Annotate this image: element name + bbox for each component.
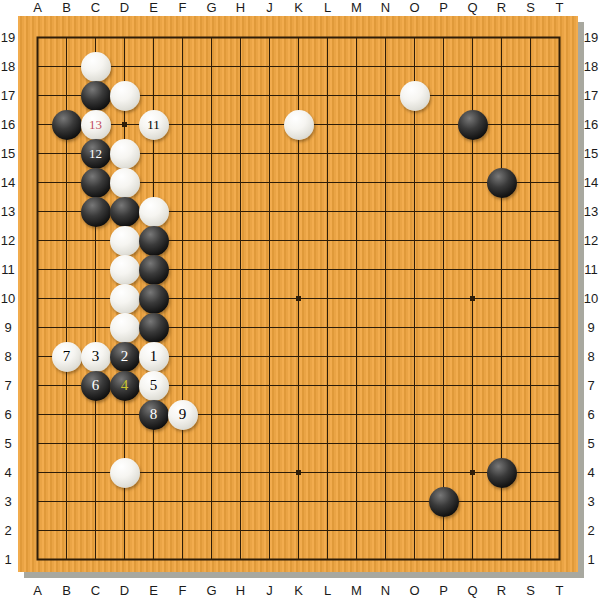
- intersection-H14[interactable]: [226, 168, 255, 197]
- intersection-A17[interactable]: [23, 81, 52, 110]
- intersection-Q3[interactable]: [458, 487, 487, 516]
- intersection-G15[interactable]: [197, 139, 226, 168]
- intersection-J8[interactable]: [255, 342, 284, 371]
- intersection-Q2[interactable]: [458, 516, 487, 545]
- intersection-T9[interactable]: [545, 313, 574, 342]
- intersection-M17[interactable]: [342, 81, 371, 110]
- intersection-G16[interactable]: [197, 110, 226, 139]
- intersection-S12[interactable]: [516, 226, 545, 255]
- intersection-R16[interactable]: [487, 110, 516, 139]
- intersection-F5[interactable]: [168, 429, 197, 458]
- intersection-P10[interactable]: [429, 284, 458, 313]
- intersection-T1[interactable]: [545, 545, 574, 574]
- intersection-J13[interactable]: [255, 197, 284, 226]
- intersection-N19[interactable]: [371, 23, 400, 52]
- intersection-N11[interactable]: [371, 255, 400, 284]
- intersection-N10[interactable]: [371, 284, 400, 313]
- intersection-H10[interactable]: [226, 284, 255, 313]
- intersection-E12[interactable]: [139, 226, 168, 255]
- intersection-L13[interactable]: [313, 197, 342, 226]
- intersection-H6[interactable]: [226, 400, 255, 429]
- intersection-O2[interactable]: [400, 516, 429, 545]
- intersection-G4[interactable]: [197, 458, 226, 487]
- intersection-T3[interactable]: [545, 487, 574, 516]
- intersection-M9[interactable]: [342, 313, 371, 342]
- intersection-D6[interactable]: [110, 400, 139, 429]
- intersection-Q17[interactable]: [458, 81, 487, 110]
- intersection-D10[interactable]: [110, 284, 139, 313]
- intersection-R8[interactable]: [487, 342, 516, 371]
- intersection-P19[interactable]: [429, 23, 458, 52]
- intersection-A7[interactable]: [23, 371, 52, 400]
- intersection-O6[interactable]: [400, 400, 429, 429]
- intersection-K18[interactable]: [284, 52, 313, 81]
- intersection-T5[interactable]: [545, 429, 574, 458]
- intersection-D2[interactable]: [110, 516, 139, 545]
- intersection-R12[interactable]: [487, 226, 516, 255]
- intersection-T17[interactable]: [545, 81, 574, 110]
- intersection-H12[interactable]: [226, 226, 255, 255]
- intersection-L4[interactable]: [313, 458, 342, 487]
- intersection-J2[interactable]: [255, 516, 284, 545]
- intersection-M2[interactable]: [342, 516, 371, 545]
- intersection-C6[interactable]: [81, 400, 110, 429]
- intersection-Q18[interactable]: [458, 52, 487, 81]
- intersection-P3[interactable]: [429, 487, 458, 516]
- intersection-P16[interactable]: [429, 110, 458, 139]
- intersection-F6[interactable]: 9: [168, 400, 197, 429]
- intersection-C7[interactable]: 6: [81, 371, 110, 400]
- intersection-N5[interactable]: [371, 429, 400, 458]
- intersection-R11[interactable]: [487, 255, 516, 284]
- intersection-T14[interactable]: [545, 168, 574, 197]
- intersection-T15[interactable]: [545, 139, 574, 168]
- intersection-C17[interactable]: [81, 81, 110, 110]
- intersection-F16[interactable]: [168, 110, 197, 139]
- intersection-N13[interactable]: [371, 197, 400, 226]
- intersection-L2[interactable]: [313, 516, 342, 545]
- intersection-M5[interactable]: [342, 429, 371, 458]
- intersection-M16[interactable]: [342, 110, 371, 139]
- intersection-S16[interactable]: [516, 110, 545, 139]
- intersection-T12[interactable]: [545, 226, 574, 255]
- intersection-G9[interactable]: [197, 313, 226, 342]
- intersection-M1[interactable]: [342, 545, 371, 574]
- intersection-P2[interactable]: [429, 516, 458, 545]
- intersection-T2[interactable]: [545, 516, 574, 545]
- intersection-K16[interactable]: [284, 110, 313, 139]
- intersection-P6[interactable]: [429, 400, 458, 429]
- intersection-K15[interactable]: [284, 139, 313, 168]
- intersection-S3[interactable]: [516, 487, 545, 516]
- intersection-B15[interactable]: [52, 139, 81, 168]
- intersection-O10[interactable]: [400, 284, 429, 313]
- intersection-A11[interactable]: [23, 255, 52, 284]
- intersection-K19[interactable]: [284, 23, 313, 52]
- intersection-K7[interactable]: [284, 371, 313, 400]
- intersection-L10[interactable]: [313, 284, 342, 313]
- intersection-T16[interactable]: [545, 110, 574, 139]
- intersection-F17[interactable]: [168, 81, 197, 110]
- intersection-C13[interactable]: [81, 197, 110, 226]
- intersection-C11[interactable]: [81, 255, 110, 284]
- intersection-E8[interactable]: 1: [139, 342, 168, 371]
- intersection-L11[interactable]: [313, 255, 342, 284]
- intersection-A19[interactable]: [23, 23, 52, 52]
- intersection-M10[interactable]: [342, 284, 371, 313]
- intersection-M18[interactable]: [342, 52, 371, 81]
- intersection-H7[interactable]: [226, 371, 255, 400]
- intersection-D4[interactable]: [110, 458, 139, 487]
- intersection-C2[interactable]: [81, 516, 110, 545]
- intersection-S8[interactable]: [516, 342, 545, 371]
- intersection-D8[interactable]: 2: [110, 342, 139, 371]
- intersection-O18[interactable]: [400, 52, 429, 81]
- intersection-F19[interactable]: [168, 23, 197, 52]
- intersection-B5[interactable]: [52, 429, 81, 458]
- intersection-O1[interactable]: [400, 545, 429, 574]
- intersection-D7[interactable]: 4: [110, 371, 139, 400]
- intersection-G12[interactable]: [197, 226, 226, 255]
- intersection-G11[interactable]: [197, 255, 226, 284]
- intersection-E1[interactable]: [139, 545, 168, 574]
- intersection-R10[interactable]: [487, 284, 516, 313]
- intersection-F4[interactable]: [168, 458, 197, 487]
- intersection-N4[interactable]: [371, 458, 400, 487]
- intersection-S17[interactable]: [516, 81, 545, 110]
- intersection-O13[interactable]: [400, 197, 429, 226]
- intersection-T10[interactable]: [545, 284, 574, 313]
- intersection-H16[interactable]: [226, 110, 255, 139]
- intersection-H19[interactable]: [226, 23, 255, 52]
- intersection-J12[interactable]: [255, 226, 284, 255]
- intersection-B10[interactable]: [52, 284, 81, 313]
- intersection-K6[interactable]: [284, 400, 313, 429]
- intersection-B18[interactable]: [52, 52, 81, 81]
- intersection-Q16[interactable]: [458, 110, 487, 139]
- intersection-O4[interactable]: [400, 458, 429, 487]
- intersection-S14[interactable]: [516, 168, 545, 197]
- intersection-B1[interactable]: [52, 545, 81, 574]
- intersection-K3[interactable]: [284, 487, 313, 516]
- intersection-M8[interactable]: [342, 342, 371, 371]
- intersection-R18[interactable]: [487, 52, 516, 81]
- intersection-S10[interactable]: [516, 284, 545, 313]
- intersection-P9[interactable]: [429, 313, 458, 342]
- intersection-P14[interactable]: [429, 168, 458, 197]
- intersection-L3[interactable]: [313, 487, 342, 516]
- intersection-K1[interactable]: [284, 545, 313, 574]
- intersection-Q12[interactable]: [458, 226, 487, 255]
- intersection-C15[interactable]: 12: [81, 139, 110, 168]
- intersection-A12[interactable]: [23, 226, 52, 255]
- intersection-G6[interactable]: [197, 400, 226, 429]
- intersection-J3[interactable]: [255, 487, 284, 516]
- intersection-L9[interactable]: [313, 313, 342, 342]
- intersection-E3[interactable]: [139, 487, 168, 516]
- intersection-M3[interactable]: [342, 487, 371, 516]
- intersection-D16[interactable]: [110, 110, 139, 139]
- intersection-M14[interactable]: [342, 168, 371, 197]
- intersection-L12[interactable]: [313, 226, 342, 255]
- intersection-J7[interactable]: [255, 371, 284, 400]
- intersection-Q5[interactable]: [458, 429, 487, 458]
- intersection-M15[interactable]: [342, 139, 371, 168]
- intersection-J15[interactable]: [255, 139, 284, 168]
- intersection-E2[interactable]: [139, 516, 168, 545]
- intersection-E14[interactable]: [139, 168, 168, 197]
- intersection-R13[interactable]: [487, 197, 516, 226]
- intersection-S15[interactable]: [516, 139, 545, 168]
- intersection-E16[interactable]: 11: [139, 110, 168, 139]
- intersection-G3[interactable]: [197, 487, 226, 516]
- intersection-B14[interactable]: [52, 168, 81, 197]
- intersection-H17[interactable]: [226, 81, 255, 110]
- intersection-R7[interactable]: [487, 371, 516, 400]
- intersection-E5[interactable]: [139, 429, 168, 458]
- intersection-R17[interactable]: [487, 81, 516, 110]
- intersection-B4[interactable]: [52, 458, 81, 487]
- intersection-C18[interactable]: [81, 52, 110, 81]
- intersection-L7[interactable]: [313, 371, 342, 400]
- intersection-N15[interactable]: [371, 139, 400, 168]
- intersection-K9[interactable]: [284, 313, 313, 342]
- intersection-P8[interactable]: [429, 342, 458, 371]
- intersection-L16[interactable]: [313, 110, 342, 139]
- intersection-N2[interactable]: [371, 516, 400, 545]
- intersection-K11[interactable]: [284, 255, 313, 284]
- intersection-H1[interactable]: [226, 545, 255, 574]
- intersection-O12[interactable]: [400, 226, 429, 255]
- intersection-C5[interactable]: [81, 429, 110, 458]
- intersection-O16[interactable]: [400, 110, 429, 139]
- intersection-N6[interactable]: [371, 400, 400, 429]
- intersection-C1[interactable]: [81, 545, 110, 574]
- intersection-F12[interactable]: [168, 226, 197, 255]
- intersection-G8[interactable]: [197, 342, 226, 371]
- intersection-H5[interactable]: [226, 429, 255, 458]
- intersection-J17[interactable]: [255, 81, 284, 110]
- intersection-A14[interactable]: [23, 168, 52, 197]
- intersection-T4[interactable]: [545, 458, 574, 487]
- intersection-J19[interactable]: [255, 23, 284, 52]
- intersection-P17[interactable]: [429, 81, 458, 110]
- intersection-R19[interactable]: [487, 23, 516, 52]
- intersection-D5[interactable]: [110, 429, 139, 458]
- intersection-H8[interactable]: [226, 342, 255, 371]
- intersection-G10[interactable]: [197, 284, 226, 313]
- intersection-D15[interactable]: [110, 139, 139, 168]
- intersection-Q14[interactable]: [458, 168, 487, 197]
- intersection-C4[interactable]: [81, 458, 110, 487]
- intersection-T13[interactable]: [545, 197, 574, 226]
- intersection-J1[interactable]: [255, 545, 284, 574]
- intersection-T7[interactable]: [545, 371, 574, 400]
- intersection-B17[interactable]: [52, 81, 81, 110]
- intersection-N12[interactable]: [371, 226, 400, 255]
- intersection-J9[interactable]: [255, 313, 284, 342]
- intersection-L1[interactable]: [313, 545, 342, 574]
- intersection-O11[interactable]: [400, 255, 429, 284]
- intersection-F10[interactable]: [168, 284, 197, 313]
- intersection-Q7[interactable]: [458, 371, 487, 400]
- intersection-K17[interactable]: [284, 81, 313, 110]
- intersection-N3[interactable]: [371, 487, 400, 516]
- intersection-A18[interactable]: [23, 52, 52, 81]
- intersection-G2[interactable]: [197, 516, 226, 545]
- intersection-B9[interactable]: [52, 313, 81, 342]
- intersection-J4[interactable]: [255, 458, 284, 487]
- intersection-N18[interactable]: [371, 52, 400, 81]
- intersection-J6[interactable]: [255, 400, 284, 429]
- intersection-R4[interactable]: [487, 458, 516, 487]
- intersection-H4[interactable]: [226, 458, 255, 487]
- intersection-S7[interactable]: [516, 371, 545, 400]
- intersection-R6[interactable]: [487, 400, 516, 429]
- intersection-P5[interactable]: [429, 429, 458, 458]
- intersection-A16[interactable]: [23, 110, 52, 139]
- intersection-S5[interactable]: [516, 429, 545, 458]
- intersection-M11[interactable]: [342, 255, 371, 284]
- intersection-O5[interactable]: [400, 429, 429, 458]
- intersection-D17[interactable]: [110, 81, 139, 110]
- intersection-E11[interactable]: [139, 255, 168, 284]
- intersection-G18[interactable]: [197, 52, 226, 81]
- intersection-L15[interactable]: [313, 139, 342, 168]
- intersection-M13[interactable]: [342, 197, 371, 226]
- intersection-B11[interactable]: [52, 255, 81, 284]
- intersection-O19[interactable]: [400, 23, 429, 52]
- intersection-H3[interactable]: [226, 487, 255, 516]
- intersection-O7[interactable]: [400, 371, 429, 400]
- intersection-E19[interactable]: [139, 23, 168, 52]
- intersection-K14[interactable]: [284, 168, 313, 197]
- intersection-Q4[interactable]: [458, 458, 487, 487]
- intersection-S13[interactable]: [516, 197, 545, 226]
- intersection-T11[interactable]: [545, 255, 574, 284]
- intersection-F8[interactable]: [168, 342, 197, 371]
- intersection-F9[interactable]: [168, 313, 197, 342]
- intersection-N8[interactable]: [371, 342, 400, 371]
- intersection-G17[interactable]: [197, 81, 226, 110]
- intersection-A13[interactable]: [23, 197, 52, 226]
- intersection-A8[interactable]: [23, 342, 52, 371]
- intersection-S11[interactable]: [516, 255, 545, 284]
- intersection-A15[interactable]: [23, 139, 52, 168]
- intersection-S18[interactable]: [516, 52, 545, 81]
- intersection-C12[interactable]: [81, 226, 110, 255]
- intersection-O14[interactable]: [400, 168, 429, 197]
- intersection-J5[interactable]: [255, 429, 284, 458]
- intersection-T19[interactable]: [545, 23, 574, 52]
- intersection-J18[interactable]: [255, 52, 284, 81]
- intersection-A4[interactable]: [23, 458, 52, 487]
- intersection-Q9[interactable]: [458, 313, 487, 342]
- intersection-B2[interactable]: [52, 516, 81, 545]
- intersection-O17[interactable]: [400, 81, 429, 110]
- intersection-D19[interactable]: [110, 23, 139, 52]
- intersection-D18[interactable]: [110, 52, 139, 81]
- intersection-P13[interactable]: [429, 197, 458, 226]
- intersection-H15[interactable]: [226, 139, 255, 168]
- intersection-D12[interactable]: [110, 226, 139, 255]
- intersection-B12[interactable]: [52, 226, 81, 255]
- intersection-A9[interactable]: [23, 313, 52, 342]
- intersection-Q11[interactable]: [458, 255, 487, 284]
- intersection-F14[interactable]: [168, 168, 197, 197]
- intersection-Q15[interactable]: [458, 139, 487, 168]
- intersection-F3[interactable]: [168, 487, 197, 516]
- intersection-S1[interactable]: [516, 545, 545, 574]
- intersection-T8[interactable]: [545, 342, 574, 371]
- intersection-K12[interactable]: [284, 226, 313, 255]
- intersection-L17[interactable]: [313, 81, 342, 110]
- intersection-D3[interactable]: [110, 487, 139, 516]
- intersection-H13[interactable]: [226, 197, 255, 226]
- intersection-N1[interactable]: [371, 545, 400, 574]
- intersection-Q8[interactable]: [458, 342, 487, 371]
- intersection-H18[interactable]: [226, 52, 255, 81]
- intersection-R5[interactable]: [487, 429, 516, 458]
- intersection-S9[interactable]: [516, 313, 545, 342]
- intersection-C19[interactable]: [81, 23, 110, 52]
- intersection-G14[interactable]: [197, 168, 226, 197]
- intersection-L8[interactable]: [313, 342, 342, 371]
- intersection-R14[interactable]: [487, 168, 516, 197]
- intersection-F18[interactable]: [168, 52, 197, 81]
- intersection-P11[interactable]: [429, 255, 458, 284]
- intersection-G19[interactable]: [197, 23, 226, 52]
- intersection-J16[interactable]: [255, 110, 284, 139]
- intersection-Q10[interactable]: [458, 284, 487, 313]
- intersection-A2[interactable]: [23, 516, 52, 545]
- intersection-D9[interactable]: [110, 313, 139, 342]
- intersection-T6[interactable]: [545, 400, 574, 429]
- intersection-L18[interactable]: [313, 52, 342, 81]
- intersection-R1[interactable]: [487, 545, 516, 574]
- intersection-A5[interactable]: [23, 429, 52, 458]
- intersection-H11[interactable]: [226, 255, 255, 284]
- intersection-J11[interactable]: [255, 255, 284, 284]
- intersection-L19[interactable]: [313, 23, 342, 52]
- intersection-E17[interactable]: [139, 81, 168, 110]
- intersection-Q1[interactable]: [458, 545, 487, 574]
- intersection-B13[interactable]: [52, 197, 81, 226]
- intersection-A1[interactable]: [23, 545, 52, 574]
- intersection-P12[interactable]: [429, 226, 458, 255]
- intersection-M4[interactable]: [342, 458, 371, 487]
- intersection-P18[interactable]: [429, 52, 458, 81]
- intersection-Q13[interactable]: [458, 197, 487, 226]
- intersection-G7[interactable]: [197, 371, 226, 400]
- intersection-O9[interactable]: [400, 313, 429, 342]
- intersection-F1[interactable]: [168, 545, 197, 574]
- intersection-E9[interactable]: [139, 313, 168, 342]
- intersection-K8[interactable]: [284, 342, 313, 371]
- intersection-C9[interactable]: [81, 313, 110, 342]
- intersection-G1[interactable]: [197, 545, 226, 574]
- intersection-K4[interactable]: [284, 458, 313, 487]
- intersection-E10[interactable]: [139, 284, 168, 313]
- intersection-E13[interactable]: [139, 197, 168, 226]
- intersection-S4[interactable]: [516, 458, 545, 487]
- intersection-D11[interactable]: [110, 255, 139, 284]
- intersection-K13[interactable]: [284, 197, 313, 226]
- intersection-P7[interactable]: [429, 371, 458, 400]
- intersection-O3[interactable]: [400, 487, 429, 516]
- intersection-B7[interactable]: [52, 371, 81, 400]
- intersection-E6[interactable]: 8: [139, 400, 168, 429]
